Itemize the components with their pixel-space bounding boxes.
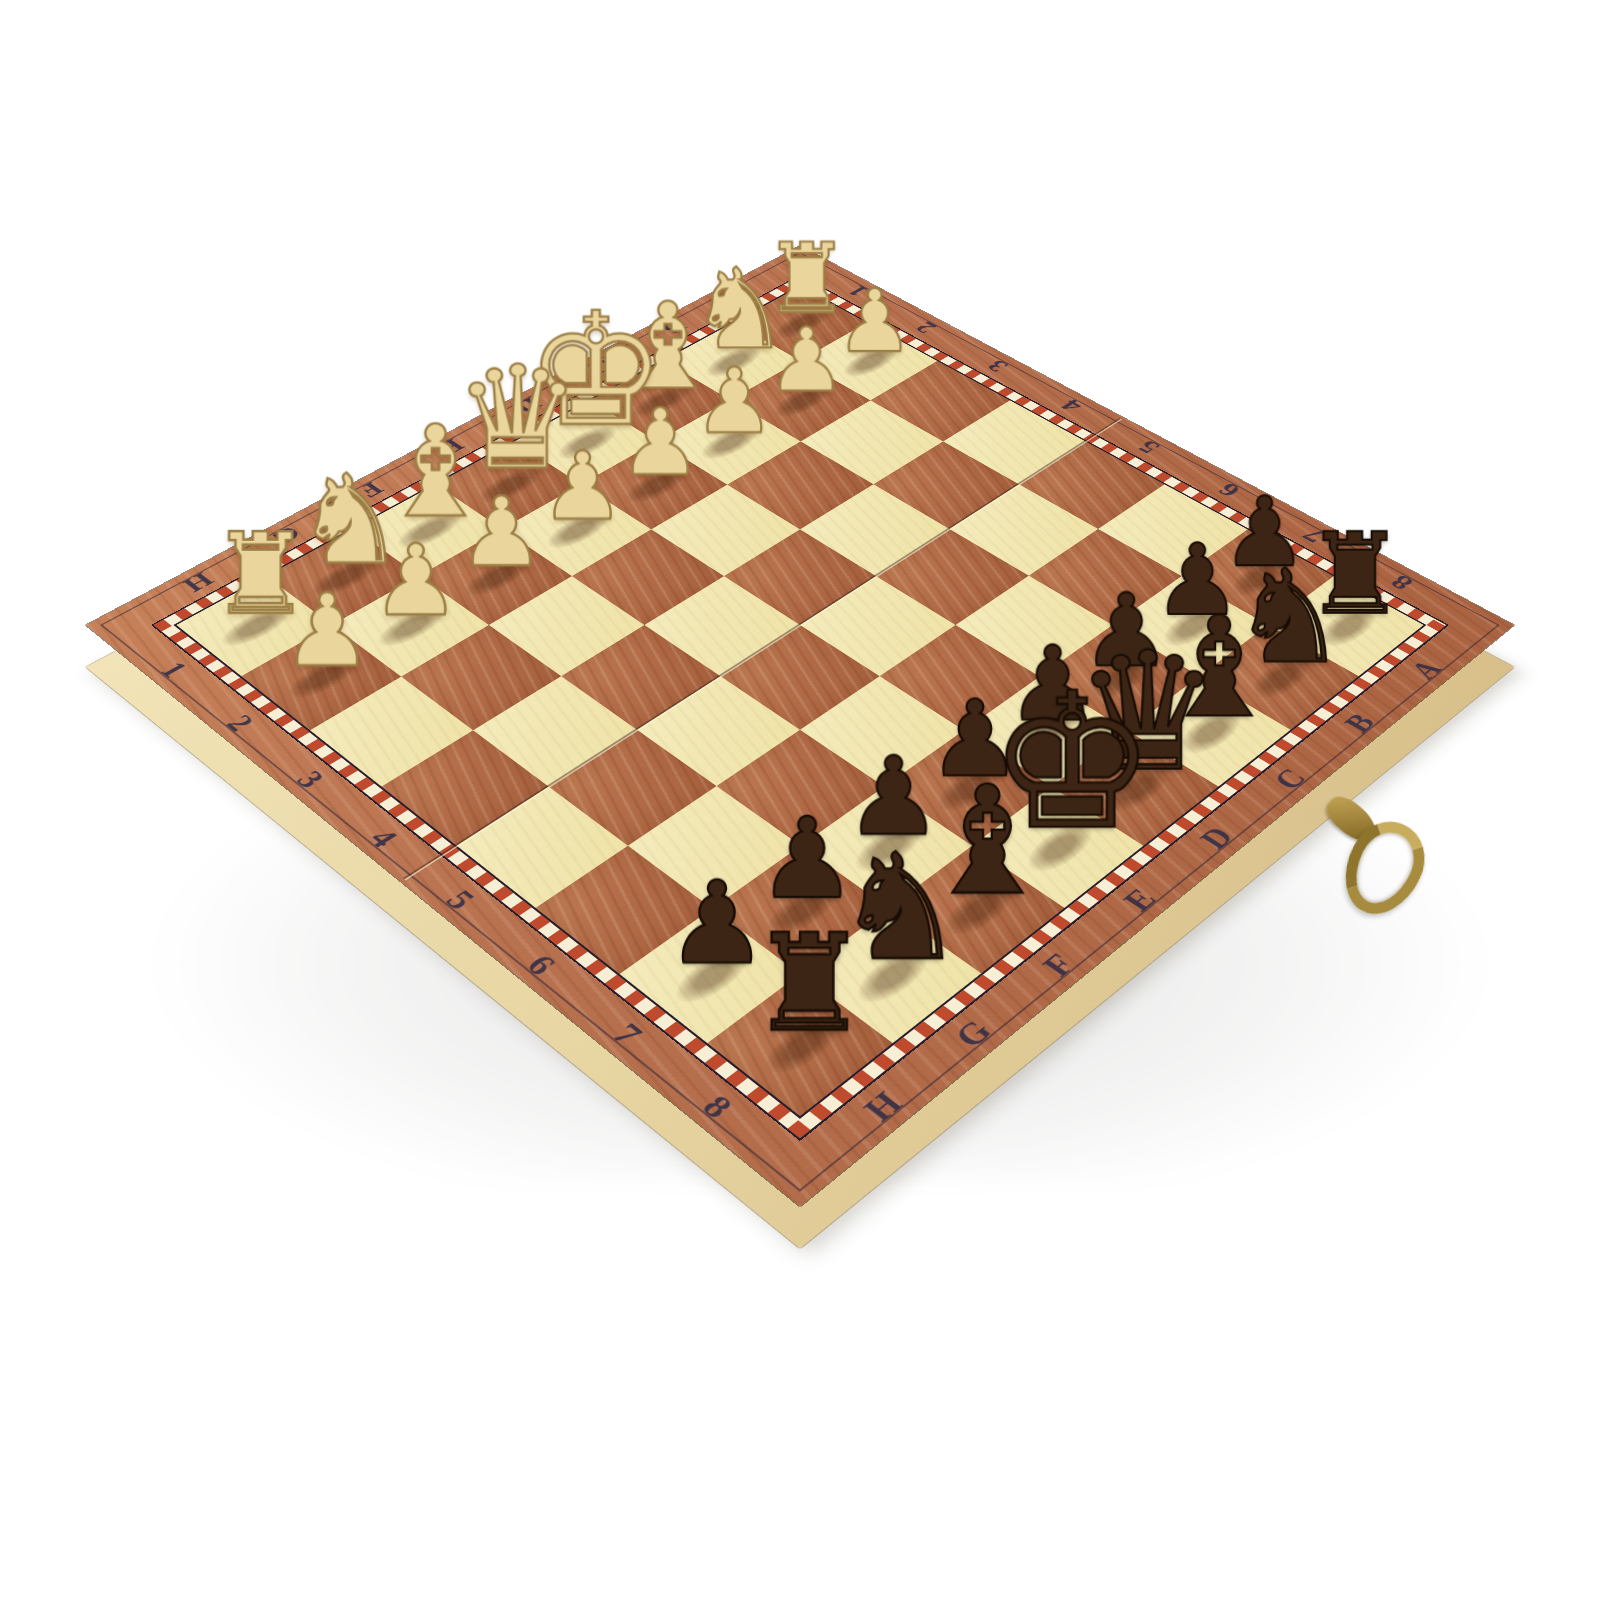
- black-rook-glyph: ♜: [714, 916, 905, 1050]
- product-photo-stage: HGFEDCBA HGFEDCBA 12345678 12345678 ♜♞♝♚…: [0, 0, 1600, 1600]
- white-pawn-glyph: ♟: [245, 580, 409, 681]
- brass-clasp: [1312, 792, 1454, 925]
- chess-board: HGFEDCBA HGFEDCBA 12345678 12345678 ♜♞♝♚…: [86, 246, 1514, 1207]
- board-scene: HGFEDCBA HGFEDCBA 12345678 12345678 ♜♞♝♚…: [295, 120, 1305, 1130]
